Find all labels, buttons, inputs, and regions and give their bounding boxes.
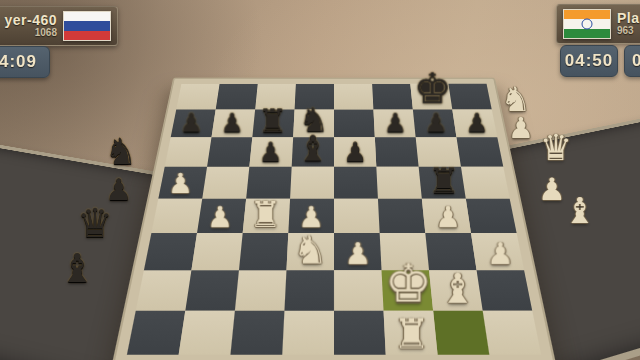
square-a7[interactable]: ♟: [171, 110, 216, 138]
player-panel-right: Pla 963: [556, 4, 640, 44]
captured-black-queen: ♛: [77, 203, 113, 243]
square-e7[interactable]: [334, 110, 375, 138]
square-c3[interactable]: [239, 233, 288, 270]
square-h2[interactable]: [477, 270, 533, 310]
square-h1[interactable]: [483, 311, 541, 355]
square-d3[interactable]: ♞: [286, 233, 334, 270]
square-f8[interactable]: [372, 84, 413, 110]
square-h3[interactable]: ♟: [471, 233, 524, 270]
white-pawn[interactable]: ♟: [344, 239, 371, 269]
captured-white-pawn: ♟: [538, 174, 566, 205]
black-pawn[interactable]: ♟: [465, 111, 488, 137]
square-e3[interactable]: ♟: [334, 233, 382, 270]
square-g2[interactable]: ♝: [429, 270, 483, 310]
black-king[interactable]: ♚: [414, 67, 452, 109]
black-pawn[interactable]: ♟: [424, 111, 447, 137]
square-d2[interactable]: [284, 270, 334, 310]
captured-black-knight: ♞: [105, 134, 137, 170]
russia-flag-icon: [63, 11, 111, 41]
square-d5[interactable]: [290, 167, 334, 199]
player-panel-left: yer-460 1068: [0, 6, 118, 46]
white-pawn[interactable]: ♟: [168, 170, 193, 198]
square-e5[interactable]: [334, 167, 378, 199]
square-a5[interactable]: ♟: [158, 167, 207, 199]
white-knight[interactable]: ♞: [293, 231, 328, 270]
white-pawn[interactable]: ♟: [487, 239, 514, 269]
square-g4[interactable]: ♟: [422, 199, 471, 233]
square-g3[interactable]: [425, 233, 476, 270]
square-g1[interactable]: [433, 311, 489, 355]
black-pawn[interactable]: ♟: [180, 111, 203, 137]
square-c6[interactable]: ♟: [249, 137, 293, 167]
ashoka-chakra-icon: [582, 19, 593, 30]
square-a1[interactable]: [127, 311, 185, 355]
square-b3[interactable]: [191, 233, 242, 270]
square-f2[interactable]: ♚: [382, 270, 434, 310]
captured-white-queen: ♛: [540, 130, 572, 166]
square-d1[interactable]: [282, 311, 334, 355]
square-a2[interactable]: [136, 270, 192, 310]
player-left-name: yer-460: [4, 13, 57, 28]
square-h5[interactable]: [461, 167, 510, 199]
square-b8[interactable]: [216, 84, 258, 110]
square-g7[interactable]: ♟: [413, 110, 457, 138]
square-c2[interactable]: [235, 270, 287, 310]
white-rook[interactable]: ♜: [393, 313, 430, 354]
black-pawn[interactable]: ♟: [384, 111, 407, 137]
square-d6[interactable]: ♝: [292, 137, 334, 167]
square-a3[interactable]: [144, 233, 197, 270]
square-e4[interactable]: [334, 199, 380, 233]
square-f4[interactable]: [378, 199, 425, 233]
square-f1[interactable]: ♜: [384, 311, 438, 355]
square-g8[interactable]: ♚: [410, 84, 452, 110]
clock-right: 04:50: [560, 45, 618, 77]
square-h6[interactable]: [456, 137, 503, 167]
black-bishop[interactable]: ♝: [297, 131, 329, 167]
square-g5[interactable]: ♜: [419, 167, 466, 199]
black-pawn[interactable]: ♟: [220, 111, 243, 137]
clock-right-secondary: 0: [624, 45, 640, 77]
captured-white-pawn: ♟: [508, 114, 534, 143]
square-b5[interactable]: [202, 167, 249, 199]
clock-left: 4:09: [0, 46, 50, 78]
square-b4[interactable]: ♟: [197, 199, 246, 233]
square-h8[interactable]: [448, 84, 491, 110]
square-e2[interactable]: [334, 270, 384, 310]
square-c4[interactable]: ♜: [243, 199, 290, 233]
player-left-rating: 1068: [35, 28, 57, 39]
black-pawn[interactable]: ♟: [343, 139, 367, 166]
square-f7[interactable]: ♟: [373, 110, 415, 138]
square-b6[interactable]: [207, 137, 252, 167]
board[interactable]: ♚♟♟♜♞♟♟♟♟♝♟♟♜♟♜♟♟♞♟♟♚♝♜: [111, 78, 558, 360]
square-h4[interactable]: [466, 199, 517, 233]
square-b1[interactable]: [179, 311, 235, 355]
square-f6[interactable]: [375, 137, 419, 167]
player-right-name: Pla: [617, 11, 640, 26]
india-flag-icon: [563, 9, 611, 39]
black-rook[interactable]: ♜: [428, 163, 459, 198]
square-c1[interactable]: [230, 311, 284, 355]
square-e1[interactable]: [334, 311, 386, 355]
white-pawn[interactable]: ♟: [207, 203, 233, 232]
white-pawn[interactable]: ♟: [435, 203, 461, 232]
board-3d-wrapper: ♚♟♟♜♞♟♟♟♟♝♟♟♜♟♜♟♟♞♟♟♚♝♜: [111, 78, 558, 360]
black-pawn[interactable]: ♟: [259, 139, 283, 166]
square-f5[interactable]: [376, 167, 422, 199]
white-rook[interactable]: ♜: [249, 196, 282, 232]
white-bishop[interactable]: ♝: [439, 268, 476, 310]
square-a4[interactable]: [151, 199, 202, 233]
square-b2[interactable]: [185, 270, 239, 310]
square-e8[interactable]: [334, 84, 373, 110]
square-b7[interactable]: ♟: [212, 110, 256, 138]
player-right-rating: 963: [617, 26, 640, 37]
square-h7[interactable]: ♟: [452, 110, 497, 138]
square-c7[interactable]: ♜: [252, 110, 294, 138]
black-rook[interactable]: ♜: [258, 104, 287, 136]
square-e6[interactable]: ♟: [334, 137, 376, 167]
square-a6[interactable]: [165, 137, 212, 167]
scene: ♚♟♟♜♞♟♟♟♟♝♟♟♜♟♜♟♟♞♟♟♚♝♜ yer-460 1068 Pla…: [0, 0, 640, 360]
square-a8[interactable]: [176, 84, 219, 110]
white-king[interactable]: ♚: [385, 257, 432, 310]
captured-white-bishop: ♝: [564, 193, 596, 229]
captured-black-bishop: ♝: [59, 248, 95, 288]
